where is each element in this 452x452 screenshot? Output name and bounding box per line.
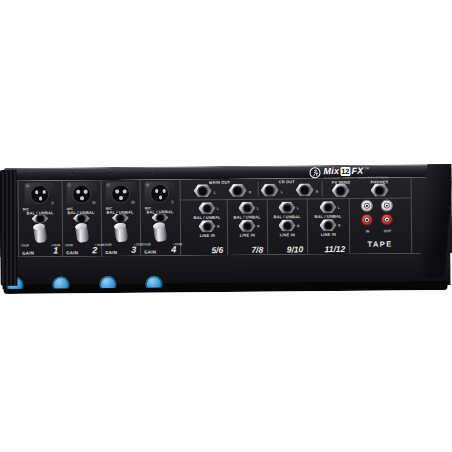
tape-out-left-rca [381, 200, 393, 212]
blue-knob [99, 276, 116, 289]
jack-hole [283, 204, 290, 211]
product-photo: MIC BAL / UNBAL -20dB+30dB GAIN 1 MIC BA… [0, 0, 452, 452]
jack-hole [266, 186, 274, 194]
brand-logo: Mix 12 FX ™ 12-CHANNEL COMPACT MIXER WIT… [309, 166, 452, 180]
jack-hole [36, 215, 43, 222]
channel-number-row: 5/6 [187, 238, 227, 255]
channel-letter: R [316, 190, 319, 194]
channel-number: 11/12 [325, 244, 346, 253]
screw-icon [109, 171, 113, 175]
tape-in-label: IN [361, 229, 373, 234]
tape-in-right-rca [361, 214, 373, 226]
jack-hole [203, 223, 210, 230]
screw-icon [170, 200, 174, 204]
channel-number: 7/8 [251, 245, 263, 254]
jack-panel: MIC BAL / UNBAL -20dB+30dB GAIN 1 MIC BA… [0, 177, 452, 257]
jack-hole [156, 214, 163, 221]
xlr-socket [111, 184, 130, 203]
xlr-connector [145, 181, 175, 204]
jack-hole [337, 186, 345, 194]
line-right-jack: R [319, 219, 336, 231]
bal-unbal-label: BAL / UNBAL [140, 209, 180, 213]
line-in-label: LINE IN [307, 232, 349, 236]
jack-hole [283, 222, 290, 229]
screw-icon [50, 201, 54, 205]
screw-icon [30, 172, 34, 176]
line-left-jack: L [198, 202, 215, 214]
quarter-inch-jack [278, 219, 295, 231]
knob-cap [153, 222, 166, 230]
phones-jack [371, 184, 389, 197]
running-man-glyph [311, 169, 319, 177]
xlr-connector [25, 182, 55, 205]
model-number: 12 [340, 167, 350, 176]
channel-letter: L [296, 206, 298, 210]
channel-letter: R [337, 224, 340, 228]
channel-letter: L [281, 190, 283, 194]
line-left-jack: L [319, 201, 336, 213]
tape-in-left-rca [361, 200, 373, 212]
screw-icon [131, 200, 135, 204]
screw-icon [67, 183, 71, 187]
screw-icon [146, 183, 150, 187]
jack-hole [199, 187, 207, 195]
gain-row: GAIN 4 [140, 245, 180, 255]
line-channel-9-10: L BAL / UNBAL R LINE IN 9/10 [267, 198, 307, 254]
xlr-pins [35, 190, 39, 194]
jack-hole [376, 186, 384, 194]
mic-channel-2: MIC BAL / UNBAL -20dB+30dB GAIN 2 [62, 180, 102, 256]
quarter-inch-jack [31, 215, 48, 223]
model-suffix: FX [351, 167, 363, 176]
channel-number: 2 [92, 246, 97, 255]
knob-cap [33, 223, 46, 231]
gain-row: GAIN 1 [18, 246, 62, 256]
cr-out-left-jack [261, 184, 279, 197]
jack-hole [78, 215, 85, 222]
xlr-pins [76, 190, 80, 194]
screw-icon [26, 184, 30, 188]
channel-number: 9/10 [287, 245, 304, 254]
line-left-jack: L [278, 201, 295, 213]
blue-knob [145, 276, 162, 289]
gain-row: GAIN 3 [101, 246, 140, 256]
logo-text: Mix 12 FX ™ 12-CHANNEL COMPACT MIXER WIT… [323, 166, 452, 180]
jack-hole [203, 205, 210, 212]
jack-hole [324, 222, 331, 229]
screw-icon [92, 201, 96, 205]
tape-section: IN OUT TAPE [349, 197, 411, 254]
jack-hole [234, 186, 242, 194]
main-out-left-jack [194, 184, 212, 197]
xlr-connector [105, 182, 135, 205]
line-right-jack: R [198, 220, 215, 232]
rca-pin [365, 204, 370, 209]
quarter-inch-jack [73, 214, 90, 222]
line-channel-5-6: L BAL / UNBAL R LINE IN 5/6 [187, 199, 227, 255]
knob-body [153, 222, 168, 243]
channel-letter: L [214, 191, 216, 195]
gain-label: GAIN [22, 251, 34, 256]
channel-number-row: 9/10 [267, 237, 307, 254]
gain-knob [101, 223, 140, 242]
bal-unbal-label: BAL / UNBAL [18, 210, 62, 214]
cr-out-right-jack [296, 183, 314, 196]
screw-icon [106, 183, 110, 187]
gain-row: GAIN 2 [62, 246, 101, 256]
xlr-pins [115, 189, 119, 193]
channel-letter: R [256, 224, 259, 228]
xlr-socket [72, 184, 91, 203]
gain-knob [140, 222, 180, 241]
channel-number: 1 [53, 246, 58, 255]
jack-hole [301, 186, 309, 194]
jack-hole [243, 222, 250, 229]
model-prefix: Mix [323, 167, 339, 176]
left-end-cap [0, 170, 17, 286]
quarter-inch-jack [112, 214, 129, 222]
xlr-socket [150, 183, 169, 202]
channel-number-row: 7/8 [227, 238, 267, 255]
knob-body [74, 222, 89, 243]
rca-pin [365, 218, 370, 223]
bal-unbal-label: BAL / UNBAL [227, 215, 267, 219]
quarter-inch-jack [278, 201, 295, 213]
xlr-socket [30, 185, 49, 204]
gain-knob [62, 223, 101, 242]
channel-number: 5/6 [211, 246, 223, 255]
jack-hole [243, 204, 250, 211]
mackie-running-man-icon [309, 167, 320, 178]
line-in-label: LINE IN [187, 233, 227, 237]
channel-letter: L [337, 206, 339, 210]
fx-send-jack [332, 184, 350, 197]
main-out-right-jack [229, 184, 247, 197]
tape-out-label: OUT [381, 229, 393, 234]
xlr-connector [66, 182, 96, 205]
bal-unbal-label: BAL / UNBAL [267, 214, 307, 218]
quarter-inch-jack [151, 214, 168, 222]
rca-pin [385, 203, 390, 208]
tape-label: TAPE [349, 239, 411, 249]
line-in-label: LINE IN [267, 232, 307, 236]
mixer-rear-panel: MIC BAL / UNBAL -20dB+30dB GAIN 1 MIC BA… [0, 163, 452, 294]
quarter-inch-jack [198, 220, 215, 232]
channel-letter: R [216, 225, 219, 229]
line-channel-11-12: L BAL / UNBAL R LINE IN 11/12 [307, 198, 349, 254]
channel-letter: R [296, 224, 299, 228]
jack-hole [324, 204, 331, 211]
gain-label: GAIN [105, 250, 117, 255]
line-right-jack: R [278, 219, 295, 231]
line-left-jack: L [238, 202, 255, 214]
tape-out-right-rca [381, 214, 393, 226]
quarter-inch-jack [238, 202, 255, 214]
bal-unbal-label: BAL / UNBAL [62, 210, 101, 214]
rca-pin [385, 217, 390, 222]
line-right-jack: R [238, 220, 255, 232]
quarter-inch-jack [238, 220, 255, 232]
bal-unbal-label: BAL / UNBAL [187, 215, 227, 219]
screw-icon [149, 171, 153, 175]
quarter-inch-jack [198, 202, 215, 214]
mic-channel-3: MIC BAL / UNBAL -20dB+30dB GAIN 3 [101, 180, 141, 256]
xlr-pins [155, 189, 159, 193]
knob-body [33, 223, 48, 244]
blue-knob [52, 276, 69, 289]
mic-channel-1: MIC BAL / UNBAL -20dB+30dB GAIN 1 [18, 180, 63, 256]
line-in-label: LINE IN [227, 233, 267, 237]
bal-unbal-label: BAL / UNBAL [307, 214, 349, 218]
quarter-inch-jack [319, 219, 336, 231]
gain-label: GAIN [66, 250, 78, 255]
trademark: ™ [364, 167, 369, 172]
mic-channel-4: MIC BAL / UNBAL -20dB+30dB GAIN 4 [140, 179, 181, 255]
channel-letter: L [256, 206, 258, 210]
screw-icon [70, 171, 74, 175]
knob-body [113, 222, 128, 243]
channel-letter: L [216, 207, 218, 211]
channel-number: 4 [171, 245, 176, 254]
line-channel-7-8: L BAL / UNBAL R LINE IN 7/8 [227, 199, 267, 255]
jack-hole [117, 214, 124, 221]
knob-cap [113, 222, 126, 230]
quarter-inch-jack [319, 201, 336, 213]
gain-knob [18, 223, 62, 242]
channel-number-row: 11/12 [307, 237, 349, 254]
gain-label: GAIN [144, 250, 156, 255]
bal-unbal-label: BAL / UNBAL [101, 210, 140, 214]
channel-letter: R [249, 191, 252, 195]
channel-number: 3 [131, 246, 136, 255]
knob-cap [74, 222, 87, 230]
